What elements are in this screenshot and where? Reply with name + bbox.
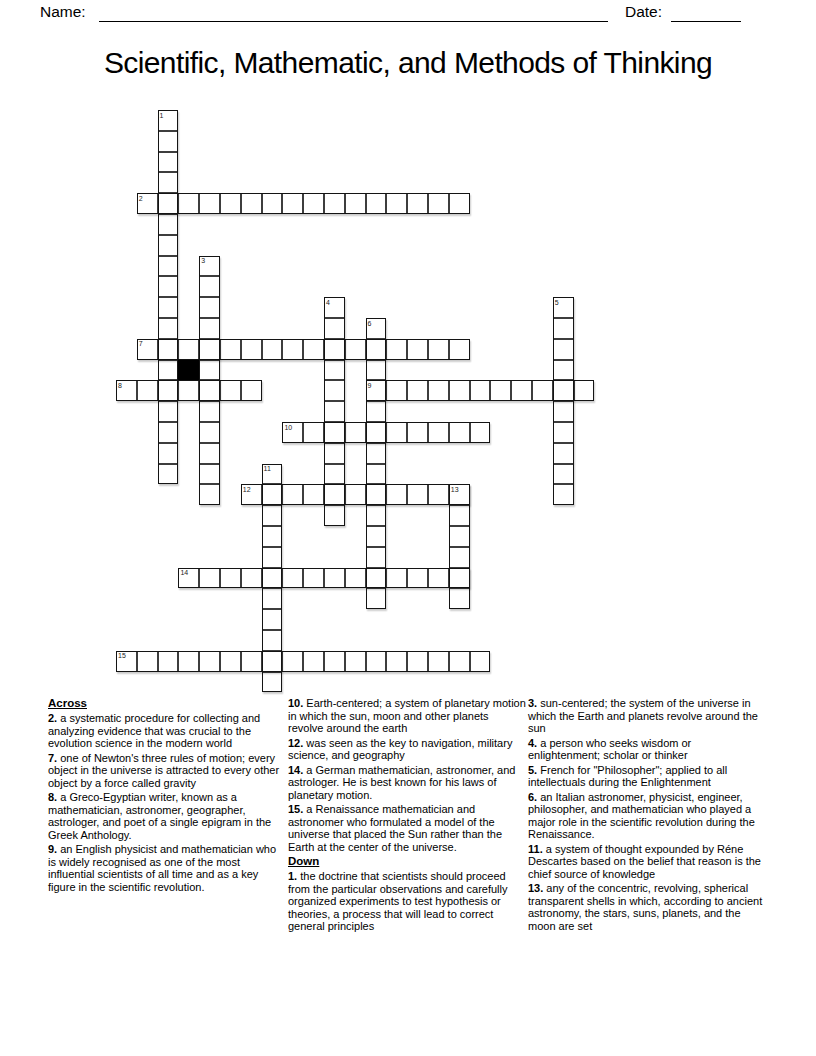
grid-cell[interactable]	[199, 318, 220, 339]
clue-column: 10. Earth-centered; a system of planetar…	[288, 697, 526, 935]
grid-cell[interactable]	[324, 505, 345, 526]
grid-cell[interactable]	[324, 193, 345, 214]
grid-cell[interactable]	[303, 422, 324, 443]
grid-cell[interactable]	[241, 568, 262, 589]
grid-cell[interactable]	[324, 443, 345, 464]
grid-cell[interactable]	[366, 588, 387, 609]
grid-cell[interactable]	[199, 380, 220, 401]
grid-cell[interactable]	[137, 651, 158, 672]
grid-cell[interactable]	[407, 651, 428, 672]
grid-cell[interactable]	[199, 651, 220, 672]
grid-cell[interactable]	[366, 443, 387, 464]
grid-cell[interactable]	[324, 339, 345, 360]
grid-cell[interactable]	[407, 484, 428, 505]
grid-cell[interactable]	[262, 193, 283, 214]
grid-cell[interactable]	[282, 422, 303, 443]
grid-cell[interactable]	[199, 484, 220, 505]
grid-cell[interactable]	[178, 568, 199, 589]
clue-across-10: 10. Earth-centered; a system of planetar…	[288, 697, 526, 735]
grid-cell[interactable]	[366, 484, 387, 505]
grid-cell[interactable]	[199, 360, 220, 381]
crossword-grid: 123456789101112131415	[116, 110, 595, 693]
grid-cell[interactable]	[158, 443, 179, 464]
grid-cell[interactable]	[553, 401, 574, 422]
grid-cell[interactable]	[178, 193, 199, 214]
clue-column: 3. sun-centered; the system of the unive…	[528, 697, 766, 934]
grid-cell[interactable]	[366, 422, 387, 443]
grid-cell[interactable]	[158, 256, 179, 277]
grid-cell[interactable]	[262, 339, 283, 360]
clue-down-4: 4. a person who seeks wisdom or enlighte…	[528, 737, 766, 762]
grid-cell[interactable]	[470, 422, 491, 443]
grid-cell[interactable]	[366, 318, 387, 339]
grid-cell[interactable]	[178, 651, 199, 672]
grid-cell[interactable]	[553, 339, 574, 360]
grid-cell[interactable]	[428, 568, 449, 589]
grid-cell[interactable]	[345, 339, 366, 360]
grid-cell[interactable]	[158, 214, 179, 235]
grid-cell[interactable]	[262, 505, 283, 526]
grid-cell[interactable]	[386, 422, 407, 443]
grid-cell[interactable]	[366, 505, 387, 526]
grid-cell[interactable]	[386, 484, 407, 505]
date-label: Date:	[625, 3, 662, 21]
grid-cell[interactable]	[449, 505, 470, 526]
grid-cell[interactable]	[158, 235, 179, 256]
grid-cell[interactable]	[428, 484, 449, 505]
page-title: Scientific, Mathematic, and Methods of T…	[0, 46, 816, 80]
grid-cell[interactable]	[158, 651, 179, 672]
grid-cell[interactable]	[158, 297, 179, 318]
black-cell	[178, 360, 199, 381]
grid-cell[interactable]	[366, 401, 387, 422]
clue-down-11: 11. a system of thought expounded by Rén…	[528, 843, 766, 881]
grid-cell[interactable]	[324, 401, 345, 422]
grid-cell[interactable]	[366, 547, 387, 568]
grid-cell[interactable]	[553, 380, 574, 401]
clue-down-1: 1. the doctrine that scientists should p…	[288, 870, 526, 933]
grid-cell[interactable]	[220, 651, 241, 672]
grid-cell[interactable]	[428, 339, 449, 360]
grid-cell[interactable]	[199, 401, 220, 422]
grid-cell[interactable]	[158, 422, 179, 443]
grid-cell[interactable]	[366, 339, 387, 360]
grid-cell[interactable]	[116, 380, 137, 401]
grid-cell[interactable]	[449, 339, 470, 360]
grid-cell[interactable]	[137, 193, 158, 214]
grid-cell[interactable]	[178, 380, 199, 401]
clue-across-9: 9. an English physicist and mathematicia…	[48, 843, 286, 893]
grid-cell[interactable]	[241, 193, 262, 214]
grid-cell[interactable]	[324, 464, 345, 485]
grid-cell[interactable]	[220, 339, 241, 360]
grid-cell[interactable]	[282, 339, 303, 360]
grid-cell[interactable]	[199, 422, 220, 443]
grid-cell[interactable]	[241, 380, 262, 401]
grid-cell[interactable]	[158, 193, 179, 214]
grid-cell[interactable]	[449, 526, 470, 547]
grid-cell[interactable]	[158, 360, 179, 381]
grid-cell[interactable]	[449, 193, 470, 214]
grid-cell[interactable]	[158, 380, 179, 401]
grid-cell[interactable]	[158, 276, 179, 297]
grid-cell[interactable]	[324, 568, 345, 589]
grid-cell[interactable]	[553, 422, 574, 443]
clue-down-3: 3. sun-centered; the system of the unive…	[528, 697, 766, 735]
grid-cell[interactable]	[137, 380, 158, 401]
grid-cell[interactable]	[324, 651, 345, 672]
grid-cell[interactable]	[449, 651, 470, 672]
grid-cell[interactable]	[199, 464, 220, 485]
grid-cell[interactable]	[449, 568, 470, 589]
grid-cell[interactable]	[199, 297, 220, 318]
grid-cell[interactable]	[449, 484, 470, 505]
grid-cell[interactable]	[366, 568, 387, 589]
grid-cell[interactable]	[199, 339, 220, 360]
grid-cell[interactable]	[158, 110, 179, 131]
grid-cell[interactable]	[137, 339, 158, 360]
grid-cell[interactable]	[470, 380, 491, 401]
grid-cell[interactable]	[262, 464, 283, 485]
grid-cell[interactable]	[158, 339, 179, 360]
grid-cell[interactable]	[366, 360, 387, 381]
grid-cell[interactable]	[345, 422, 366, 443]
grid-cell[interactable]	[428, 651, 449, 672]
grid-cell[interactable]	[158, 152, 179, 173]
grid-cell[interactable]	[532, 380, 553, 401]
grid-cell[interactable]	[158, 401, 179, 422]
grid-cell[interactable]	[574, 380, 595, 401]
grid-cell[interactable]	[282, 651, 303, 672]
grid-cell[interactable]	[220, 568, 241, 589]
grid-cell[interactable]	[366, 526, 387, 547]
grid-cell[interactable]	[220, 193, 241, 214]
grid-cell[interactable]	[428, 422, 449, 443]
grid-cell[interactable]	[303, 568, 324, 589]
grid-cell[interactable]	[262, 526, 283, 547]
grid-cell[interactable]	[553, 318, 574, 339]
grid-cell[interactable]	[262, 630, 283, 651]
grid-cell[interactable]	[262, 651, 283, 672]
date-blank-line[interactable]	[671, 7, 741, 22]
clues-heading-down: Down	[288, 855, 526, 867]
grid-cell[interactable]	[386, 380, 407, 401]
grid-cell[interactable]	[262, 568, 283, 589]
grid-cell[interactable]	[324, 484, 345, 505]
grid-cell[interactable]	[553, 360, 574, 381]
grid-cell[interactable]	[303, 484, 324, 505]
clue-down-6: 6. an Italian astronomer, physicist, eng…	[528, 791, 766, 841]
clue-down-5: 5. French for "Philosopher"; applied to …	[528, 764, 766, 789]
grid-cell[interactable]	[345, 193, 366, 214]
grid-cell[interactable]	[282, 568, 303, 589]
grid-cell[interactable]	[199, 256, 220, 277]
grid-cell[interactable]	[386, 568, 407, 589]
grid-cell[interactable]	[262, 588, 283, 609]
grid-cell[interactable]	[324, 297, 345, 318]
grid-cell[interactable]	[366, 651, 387, 672]
grid-cell[interactable]	[366, 464, 387, 485]
grid-cell[interactable]	[553, 443, 574, 464]
grid-cell[interactable]	[553, 464, 574, 485]
clue-down-13: 13. any of the concentric, revolving, sp…	[528, 882, 766, 932]
clue-across-8: 8. a Greco-Egyptian writer, known as a m…	[48, 791, 286, 841]
name-label: Name:	[40, 3, 86, 21]
clue-across-2: 2. a systematic procedure for collecting…	[48, 712, 286, 750]
grid-cell[interactable]	[262, 672, 283, 693]
grid-cell[interactable]	[553, 484, 574, 505]
grid-cell[interactable]	[178, 339, 199, 360]
grid-cell[interactable]	[158, 464, 179, 485]
grid-cell[interactable]	[449, 547, 470, 568]
grid-cell[interactable]	[490, 380, 511, 401]
grid-cell[interactable]	[324, 422, 345, 443]
clue-column: Across2. a systematic procedure for coll…	[48, 697, 286, 895]
grid-cell[interactable]	[262, 609, 283, 630]
grid-cell[interactable]	[282, 193, 303, 214]
grid-cell[interactable]	[199, 193, 220, 214]
grid-cell[interactable]	[345, 484, 366, 505]
grid-cell[interactable]	[241, 651, 262, 672]
grid-cell[interactable]	[449, 588, 470, 609]
grid-cell[interactable]	[345, 651, 366, 672]
grid-cell[interactable]	[553, 297, 574, 318]
grid-cell[interactable]	[407, 380, 428, 401]
grid-cell[interactable]	[199, 443, 220, 464]
grid-cell[interactable]	[449, 422, 470, 443]
grid-cell[interactable]	[303, 651, 324, 672]
grid-cell[interactable]	[386, 193, 407, 214]
grid-cell[interactable]	[324, 380, 345, 401]
grid-cell[interactable]	[511, 380, 532, 401]
grid-cell[interactable]	[158, 131, 179, 152]
grid-cell[interactable]	[407, 193, 428, 214]
grid-cell[interactable]	[324, 360, 345, 381]
grid-cell[interactable]	[158, 172, 179, 193]
grid-cell[interactable]	[303, 339, 324, 360]
grid-cell[interactable]	[345, 568, 366, 589]
grid-cell[interactable]	[241, 484, 262, 505]
grid-cell[interactable]	[386, 651, 407, 672]
grid-cell[interactable]	[262, 484, 283, 505]
grid-cell[interactable]	[428, 193, 449, 214]
grid-cell[interactable]	[282, 484, 303, 505]
name-blank-line[interactable]	[99, 7, 608, 22]
grid-cell[interactable]	[366, 193, 387, 214]
grid-cell[interactable]	[407, 568, 428, 589]
clue-across-15: 15. a Renaissance mathematician and astr…	[288, 803, 526, 853]
grid-cell[interactable]	[324, 318, 345, 339]
grid-cell[interactable]	[220, 380, 241, 401]
grid-cell[interactable]	[407, 339, 428, 360]
grid-cell[interactable]	[470, 651, 491, 672]
grid-cell[interactable]	[428, 380, 449, 401]
clue-across-7: 7. one of Newton's three rules of motion…	[48, 752, 286, 790]
grid-cell[interactable]	[449, 380, 470, 401]
clue-across-12: 12. was seen as the key to navigation, m…	[288, 737, 526, 762]
grid-cell[interactable]	[407, 422, 428, 443]
grid-cell[interactable]	[199, 568, 220, 589]
grid-cell[interactable]	[303, 193, 324, 214]
grid-cell[interactable]	[241, 339, 262, 360]
grid-cell[interactable]	[262, 547, 283, 568]
grid-cell[interactable]	[386, 339, 407, 360]
grid-cell[interactable]	[366, 380, 387, 401]
grid-cell[interactable]	[199, 276, 220, 297]
grid-cell[interactable]	[116, 651, 137, 672]
clues-heading-across: Across	[48, 697, 286, 709]
clue-across-14: 14. a German mathematician, astronomer, …	[288, 764, 526, 802]
grid-cell[interactable]	[158, 318, 179, 339]
